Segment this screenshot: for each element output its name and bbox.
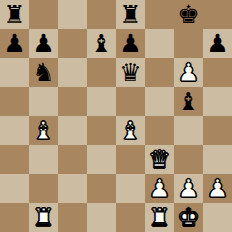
square-b3[interactable] <box>29 145 58 174</box>
square-g2[interactable]: ♟ <box>174 174 203 203</box>
square-d1[interactable] <box>87 203 116 232</box>
square-f8[interactable] <box>145 0 174 29</box>
black-rook[interactable]: ♜ <box>116 0 145 29</box>
square-e2[interactable] <box>116 174 145 203</box>
black-queen[interactable]: ♛ <box>116 58 145 87</box>
square-a3[interactable] <box>0 145 29 174</box>
white-pawn[interactable]: ♟ <box>145 174 174 203</box>
black-rook[interactable]: ♜ <box>0 0 29 29</box>
square-h7[interactable]: ♟ <box>203 29 232 58</box>
white-queen[interactable]: ♛ <box>145 145 174 174</box>
square-d7[interactable]: ♝ <box>87 29 116 58</box>
square-g4[interactable] <box>174 116 203 145</box>
black-king[interactable]: ♚ <box>174 0 203 29</box>
square-h8[interactable] <box>203 0 232 29</box>
white-king[interactable]: ♚ <box>174 203 203 232</box>
white-pawn[interactable]: ♟ <box>203 174 232 203</box>
square-a2[interactable] <box>0 174 29 203</box>
square-f1[interactable]: ♜ <box>145 203 174 232</box>
square-d2[interactable] <box>87 174 116 203</box>
square-g8[interactable]: ♚ <box>174 0 203 29</box>
black-pawn[interactable]: ♟ <box>0 29 29 58</box>
white-bishop[interactable]: ♝ <box>29 116 58 145</box>
square-h2[interactable]: ♟ <box>203 174 232 203</box>
square-c1[interactable] <box>58 203 87 232</box>
square-e4[interactable]: ♝ <box>116 116 145 145</box>
square-b6[interactable]: ♞ <box>29 58 58 87</box>
square-e1[interactable] <box>116 203 145 232</box>
square-a1[interactable] <box>0 203 29 232</box>
square-b7[interactable]: ♟ <box>29 29 58 58</box>
black-bishop[interactable]: ♝ <box>87 29 116 58</box>
square-a6[interactable] <box>0 58 29 87</box>
square-g7[interactable] <box>174 29 203 58</box>
square-c4[interactable] <box>58 116 87 145</box>
square-h3[interactable] <box>203 145 232 174</box>
square-e8[interactable]: ♜ <box>116 0 145 29</box>
square-g5[interactable]: ♝ <box>174 87 203 116</box>
black-pawn[interactable]: ♟ <box>29 29 58 58</box>
square-a7[interactable]: ♟ <box>0 29 29 58</box>
square-a8[interactable]: ♜ <box>0 0 29 29</box>
white-rook[interactable]: ♜ <box>145 203 174 232</box>
square-f4[interactable] <box>145 116 174 145</box>
black-pawn[interactable]: ♟ <box>203 29 232 58</box>
square-g6[interactable]: ♟ <box>174 58 203 87</box>
square-b1[interactable]: ♜ <box>29 203 58 232</box>
square-c6[interactable] <box>58 58 87 87</box>
square-b8[interactable] <box>29 0 58 29</box>
square-c3[interactable] <box>58 145 87 174</box>
chess-board: ♜♜♚♟♟♝♟♟♞♛♟♝♝♝♛♟♟♟♜♜♚ <box>0 0 232 232</box>
square-f7[interactable] <box>145 29 174 58</box>
black-bishop[interactable]: ♝ <box>174 87 203 116</box>
square-g1[interactable]: ♚ <box>174 203 203 232</box>
square-c2[interactable] <box>58 174 87 203</box>
square-h4[interactable] <box>203 116 232 145</box>
square-e6[interactable]: ♛ <box>116 58 145 87</box>
square-c7[interactable] <box>58 29 87 58</box>
white-pawn[interactable]: ♟ <box>174 174 203 203</box>
white-pawn[interactable]: ♟ <box>174 58 203 87</box>
square-h6[interactable] <box>203 58 232 87</box>
square-e3[interactable] <box>116 145 145 174</box>
black-knight[interactable]: ♞ <box>29 58 58 87</box>
square-h5[interactable] <box>203 87 232 116</box>
square-b4[interactable]: ♝ <box>29 116 58 145</box>
square-e7[interactable]: ♟ <box>116 29 145 58</box>
square-h1[interactable] <box>203 203 232 232</box>
black-pawn[interactable]: ♟ <box>116 29 145 58</box>
square-c8[interactable] <box>58 0 87 29</box>
white-rook[interactable]: ♜ <box>29 203 58 232</box>
square-d4[interactable] <box>87 116 116 145</box>
square-d3[interactable] <box>87 145 116 174</box>
square-c5[interactable] <box>58 87 87 116</box>
square-f6[interactable] <box>145 58 174 87</box>
square-d6[interactable] <box>87 58 116 87</box>
square-a4[interactable] <box>0 116 29 145</box>
square-a5[interactable] <box>0 87 29 116</box>
square-f2[interactable]: ♟ <box>145 174 174 203</box>
square-d5[interactable] <box>87 87 116 116</box>
square-g3[interactable] <box>174 145 203 174</box>
square-b5[interactable] <box>29 87 58 116</box>
square-d8[interactable] <box>87 0 116 29</box>
white-bishop[interactable]: ♝ <box>116 116 145 145</box>
square-f5[interactable] <box>145 87 174 116</box>
square-f3[interactable]: ♛ <box>145 145 174 174</box>
square-e5[interactable] <box>116 87 145 116</box>
square-b2[interactable] <box>29 174 58 203</box>
